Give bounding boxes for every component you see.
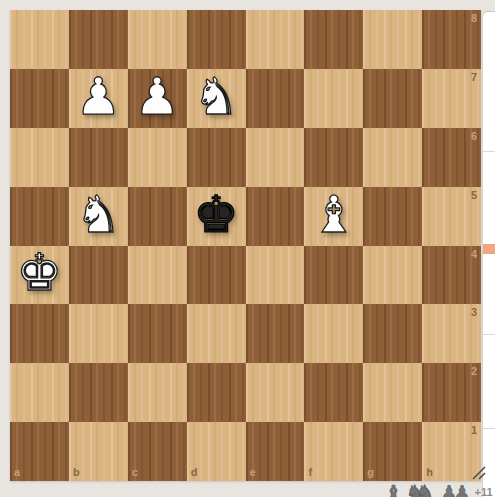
square-d1[interactable]: d [187, 422, 246, 481]
square-a8[interactable] [10, 10, 69, 69]
square-h6[interactable]: 6 [422, 128, 481, 187]
square-g5[interactable] [363, 187, 422, 246]
square-c5[interactable] [128, 187, 187, 246]
square-g2[interactable] [363, 363, 422, 422]
square-f8[interactable] [304, 10, 363, 69]
square-c2[interactable] [128, 363, 187, 422]
page: 8♟♟♞76♞♚♝5♚432abcdefg1h ♝♞♞♟♟+11 [0, 0, 495, 497]
rank-label: 1 [471, 425, 477, 436]
square-b1[interactable]: b [69, 422, 128, 481]
square-a4[interactable]: ♚ [10, 246, 69, 305]
square-g6[interactable] [363, 128, 422, 187]
square-e3[interactable] [246, 304, 305, 363]
square-e1[interactable]: e [246, 422, 305, 481]
square-d7[interactable]: ♞ [187, 69, 246, 128]
square-e4[interactable] [246, 246, 305, 305]
square-h3[interactable]: 3 [422, 304, 481, 363]
square-a1[interactable]: a [10, 422, 69, 481]
square-h5[interactable]: 5 [422, 187, 481, 246]
square-e7[interactable] [246, 69, 305, 128]
rank-label: 4 [471, 249, 477, 260]
square-e8[interactable] [246, 10, 305, 69]
panel-divider [483, 151, 495, 152]
square-e5[interactable] [246, 187, 305, 246]
square-g8[interactable] [363, 10, 422, 69]
square-a7[interactable] [10, 69, 69, 128]
square-f6[interactable] [304, 128, 363, 187]
square-d8[interactable] [187, 10, 246, 69]
rank-label: 3 [471, 307, 477, 318]
square-f3[interactable] [304, 304, 363, 363]
rank-label: 8 [471, 13, 477, 24]
square-b5[interactable]: ♞ [69, 187, 128, 246]
file-label: e [250, 467, 256, 478]
square-b4[interactable] [69, 246, 128, 305]
square-h7[interactable]: 7 [422, 69, 481, 128]
square-g7[interactable] [363, 69, 422, 128]
square-b3[interactable] [69, 304, 128, 363]
file-label: f [308, 467, 312, 478]
square-d2[interactable] [187, 363, 246, 422]
square-g3[interactable] [363, 304, 422, 363]
file-label: a [14, 467, 20, 478]
square-g1[interactable]: g [363, 422, 422, 481]
white-knight-piece[interactable]: ♞ [193, 71, 239, 122]
square-f4[interactable] [304, 246, 363, 305]
square-a6[interactable] [10, 128, 69, 187]
file-label: c [132, 467, 138, 478]
square-f2[interactable] [304, 363, 363, 422]
file-label: d [191, 467, 198, 478]
white-bishop-piece[interactable]: ♝ [311, 189, 357, 240]
square-d5[interactable]: ♚ [187, 187, 246, 246]
panel-divider [483, 428, 495, 429]
square-c3[interactable] [128, 304, 187, 363]
square-c6[interactable] [128, 128, 187, 187]
square-a5[interactable] [10, 187, 69, 246]
square-f1[interactable]: f [304, 422, 363, 481]
square-e6[interactable] [246, 128, 305, 187]
captured-pieces-tray: ♝♞♞♟♟+11 [384, 483, 495, 497]
captured-pawn-icon: ♟ [454, 483, 471, 497]
square-h8[interactable]: 8 [422, 10, 481, 69]
square-h2[interactable]: 2 [422, 363, 481, 422]
square-f5[interactable]: ♝ [304, 187, 363, 246]
square-e2[interactable] [246, 363, 305, 422]
panel-divider [483, 334, 495, 335]
square-d3[interactable] [187, 304, 246, 363]
file-label: b [73, 467, 80, 478]
square-f7[interactable] [304, 69, 363, 128]
rank-label: 6 [471, 131, 477, 142]
chess-board[interactable]: 8♟♟♞76♞♚♝5♚432abcdefg1h [10, 10, 481, 481]
square-c4[interactable] [128, 246, 187, 305]
rank-label: 7 [471, 72, 477, 83]
square-b7[interactable]: ♟ [69, 69, 128, 128]
square-c7[interactable]: ♟ [128, 69, 187, 128]
square-d6[interactable] [187, 128, 246, 187]
square-b8[interactable] [69, 10, 128, 69]
rank-label: 2 [471, 366, 477, 377]
white-pawn-piece[interactable]: ♟ [75, 71, 121, 122]
selected-move-highlight[interactable] [483, 244, 495, 254]
captured-bishop-icon: ♝ [384, 483, 403, 497]
board-resize-handle-icon[interactable] [469, 463, 487, 481]
square-c8[interactable] [128, 10, 187, 69]
captured-piece-icons: ♝♞♞♟♟ [384, 483, 471, 497]
square-a2[interactable] [10, 363, 69, 422]
file-label: h [426, 467, 433, 478]
square-a3[interactable] [10, 304, 69, 363]
rank-label: 5 [471, 190, 477, 201]
captured-knight-icon: ♞ [416, 483, 435, 497]
move-list-panel [482, 11, 495, 497]
square-g4[interactable] [363, 246, 422, 305]
square-d4[interactable] [187, 246, 246, 305]
square-b2[interactable] [69, 363, 128, 422]
white-pawn-piece[interactable]: ♟ [134, 71, 180, 122]
black-king-piece[interactable]: ♚ [193, 189, 239, 240]
file-label: g [367, 467, 374, 478]
square-h4[interactable]: 4 [422, 246, 481, 305]
white-king-piece[interactable]: ♚ [17, 247, 63, 298]
square-c1[interactable]: c [128, 422, 187, 481]
white-knight-piece[interactable]: ♞ [75, 189, 121, 240]
square-b6[interactable] [69, 128, 128, 187]
material-advantage: +11 [475, 483, 493, 497]
